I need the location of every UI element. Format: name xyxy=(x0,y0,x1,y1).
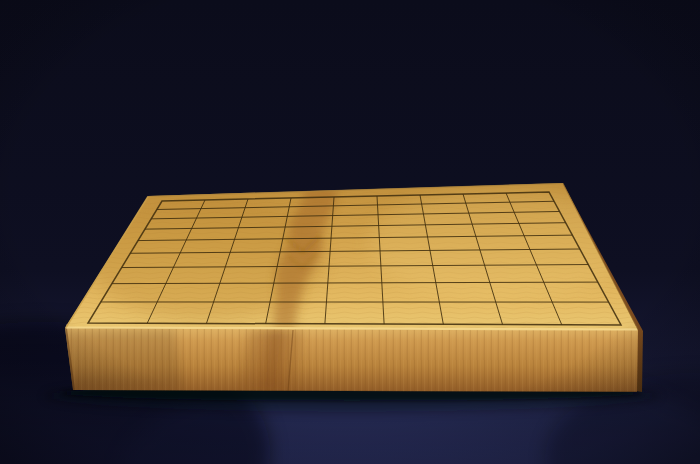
shogi-board-photo xyxy=(0,0,700,464)
photo-vignette xyxy=(0,0,700,464)
photo-stage xyxy=(0,0,700,464)
